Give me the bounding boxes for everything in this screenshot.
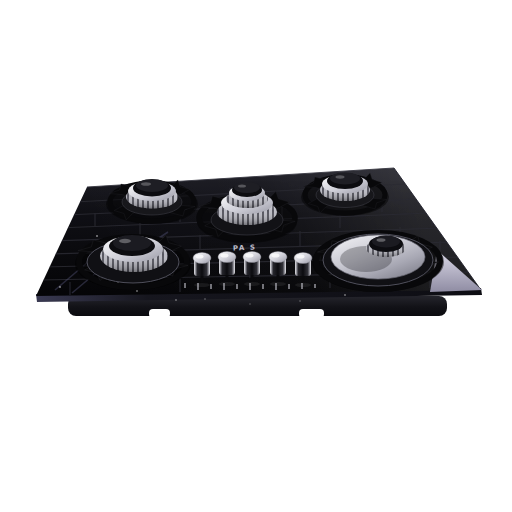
burner-cap-glint <box>336 175 345 178</box>
burner-cap-top <box>372 236 400 248</box>
base-notch-left <box>149 309 170 318</box>
cooktop-illustration <box>0 0 512 512</box>
burner-cap-glint <box>141 182 151 186</box>
burner-cap-top <box>113 235 151 251</box>
burner-cap-top <box>234 182 260 193</box>
burner-cap-top <box>330 173 360 185</box>
burner-cap-glint <box>238 184 246 187</box>
burner-cap-glint <box>119 239 131 243</box>
burner-cap-glint <box>377 238 386 242</box>
burner-cap-top <box>136 179 168 192</box>
burner-front-left <box>75 235 191 290</box>
burner-front-right <box>312 232 444 292</box>
base-notch-right <box>299 309 324 318</box>
product-photo: PA S <box>0 0 512 512</box>
